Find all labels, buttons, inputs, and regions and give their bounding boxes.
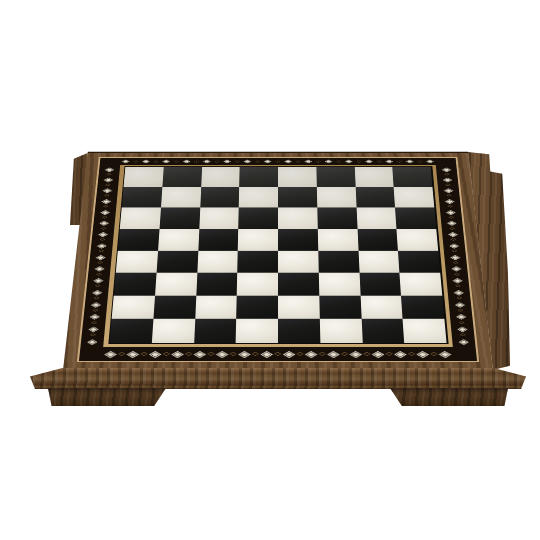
inlay-dot-icon: ◇	[255, 160, 259, 163]
inlay-diamond-icon: ◈	[327, 349, 339, 358]
square-c1	[194, 319, 237, 343]
inlay-dot-icon: ◇	[459, 321, 465, 325]
inlay-dot-icon: ◇	[90, 333, 96, 337]
inlay-dot-icon: ◇	[154, 160, 158, 163]
inlay-dot-icon: ◇	[296, 160, 300, 163]
inlay-dot-icon: ◇	[319, 351, 326, 356]
square-h7	[394, 187, 434, 208]
square-b5	[158, 229, 199, 251]
square-a2	[112, 295, 155, 318]
inlay-diamond-icon: ◈	[394, 349, 407, 358]
inlay-dot-icon: ◇	[207, 351, 214, 356]
inlay-diamond-icon: ◈	[458, 338, 469, 345]
inlay-diamond-icon: ◈	[451, 265, 461, 272]
inlay-dot-icon: ◇	[452, 249, 457, 253]
square-e3	[278, 273, 319, 296]
square-b6	[159, 208, 200, 229]
square-c4	[197, 250, 238, 272]
inlay-diamond-icon: ◈	[122, 159, 129, 164]
square-b2	[153, 295, 196, 318]
inlay-diamond-icon: ◈	[101, 198, 111, 204]
inlay-dot-icon: ◇	[104, 194, 109, 197]
square-c7	[200, 187, 240, 208]
inlay-diamond-icon: ◈	[438, 349, 451, 358]
square-f7	[317, 187, 357, 208]
inlay-dot-icon: ◇	[235, 160, 239, 163]
inlay-dot-icon: ◇	[140, 351, 147, 356]
inlay-diamond-icon: ◈	[91, 301, 101, 308]
square-h6	[395, 208, 436, 229]
inlay-dot-icon: ◇	[451, 238, 456, 241]
inlay-dot-icon: ◇	[446, 194, 451, 197]
square-g4	[358, 250, 400, 272]
inlay-dot-icon: ◇	[103, 205, 108, 208]
inlay-dot-icon: ◇	[377, 160, 381, 163]
square-f3	[319, 273, 361, 296]
board-top-face: ◈◇◈◇◈◇◈◇◈◇◈◇◈◇◈◇◈◇◈◇◈◇◈◇◈◇◈◇◈◇◈ ◈◇◈◇◈◇◈◇…	[63, 152, 493, 370]
square-a5	[118, 229, 160, 251]
inlay-diamond-icon: ◈	[448, 231, 458, 237]
inlay-dot-icon: ◇	[230, 351, 237, 356]
inlay-diamond-icon: ◈	[454, 289, 464, 296]
inlay-dot-icon: ◇	[445, 183, 450, 186]
square-f2	[319, 295, 361, 318]
inlay-diamond-icon: ◈	[386, 159, 393, 164]
inlay-diamond-icon: ◈	[350, 349, 363, 358]
inlay-diamond-icon: ◈	[96, 253, 106, 260]
inlay-dot-icon: ◇	[95, 284, 101, 288]
square-f8	[316, 167, 355, 187]
square-e7	[278, 187, 317, 208]
inlay-diamond-icon: ◈	[452, 277, 462, 284]
square-c5	[198, 229, 239, 251]
inlay-dot-icon: ◇	[337, 160, 341, 163]
inlay-diamond-icon: ◈	[283, 349, 295, 358]
square-d8	[239, 167, 278, 187]
inlay-dot-icon: ◇	[134, 160, 138, 163]
inlay-diamond-icon: ◈	[103, 187, 113, 193]
square-e1	[278, 319, 320, 343]
inlay-dot-icon: ◇	[96, 272, 101, 276]
square-d1	[236, 319, 278, 343]
inlay-dot-icon: ◇	[195, 160, 199, 163]
inlay-diamond-icon: ◈	[444, 187, 454, 193]
inlay-diamond-icon: ◈	[193, 349, 206, 358]
square-a8	[124, 167, 164, 187]
inlay-dot-icon: ◇	[450, 227, 455, 230]
inlay-diamond-icon: ◈	[244, 159, 251, 164]
inlay-diamond-icon: ◈	[450, 253, 460, 260]
square-f4	[318, 250, 359, 272]
inlay-diamond-icon: ◈	[447, 220, 457, 226]
inlay-dot-icon: ◇	[430, 351, 437, 356]
inlay-dot-icon: ◇	[101, 227, 106, 230]
square-h1	[403, 319, 447, 343]
inlay-dot-icon: ◇	[460, 333, 466, 337]
inlay-diamond-icon: ◈	[406, 159, 413, 164]
inlay-diamond-icon: ◈	[305, 159, 312, 164]
inlay-diamond-icon: ◈	[126, 349, 139, 358]
inlay-diamond-icon: ◈	[95, 265, 105, 272]
square-g8	[354, 167, 394, 187]
inlay-dot-icon: ◇	[418, 160, 422, 163]
square-a6	[120, 208, 161, 229]
square-g7	[355, 187, 395, 208]
inlay-diamond-icon: ◈	[183, 159, 190, 164]
square-b7	[161, 187, 201, 208]
square-e6	[278, 208, 318, 229]
square-f5	[318, 229, 359, 251]
square-a7	[122, 187, 162, 208]
square-h2	[401, 295, 444, 318]
inlay-dot-icon: ◇	[274, 351, 281, 356]
inlay-dot-icon: ◇	[102, 216, 107, 219]
inlay-diamond-icon: ◈	[142, 159, 149, 164]
square-b1	[152, 319, 195, 343]
inlay-dot-icon: ◇	[297, 351, 304, 356]
inlay-diamond-icon: ◈	[87, 338, 98, 345]
square-d5	[238, 229, 278, 251]
inlay-dot-icon: ◇	[453, 261, 458, 265]
inlay-diamond-icon: ◈	[285, 159, 292, 164]
square-d6	[238, 208, 278, 229]
inlay-diamond-icon: ◈	[224, 159, 231, 164]
inlay-diamond-icon: ◈	[442, 166, 452, 172]
inlay-dot-icon: ◇	[448, 205, 453, 208]
square-g5	[357, 229, 398, 251]
inlay-diamond-icon: ◈	[203, 159, 210, 164]
inlay-dot-icon: ◇	[100, 238, 105, 241]
inlay-diamond-icon: ◈	[100, 209, 110, 215]
square-e5	[278, 229, 318, 251]
inlay-diamond-icon: ◈	[345, 159, 352, 164]
square-a1	[109, 319, 153, 343]
inlay-diamond-icon: ◈	[88, 325, 98, 332]
inlay-diamond-icon: ◈	[163, 159, 170, 164]
inlay-dot-icon: ◇	[363, 351, 370, 356]
inlay-dot-icon: ◇	[174, 160, 178, 163]
inlay-dot-icon: ◇	[215, 160, 219, 163]
inlay-dot-icon: ◇	[94, 296, 100, 300]
inlay-dot-icon: ◇	[408, 351, 415, 356]
inlay-diamond-icon: ◈	[238, 349, 250, 358]
inlay-diamond-icon: ◈	[456, 313, 466, 320]
square-b4	[156, 250, 198, 272]
inlay-dot-icon: ◇	[252, 351, 259, 356]
chessboard-photo: ◈◇◈◇◈◇◈◇◈◇◈◇◈◇◈◇◈◇◈◇◈◇◈◇◈◇◈◇◈◇◈ ◈◇◈◇◈◇◈◇…	[0, 0, 540, 540]
inlay-diamond-icon: ◈	[366, 159, 373, 164]
inlay-diamond-icon: ◈	[426, 159, 433, 164]
inlay-dot-icon: ◇	[449, 216, 454, 219]
right-foot	[390, 388, 508, 406]
square-e8	[278, 167, 317, 187]
inlay-diamond-icon: ◈	[455, 301, 465, 308]
inlay-dot-icon: ◇	[357, 160, 361, 163]
inlay-dot-icon: ◇	[93, 308, 99, 312]
square-d7	[239, 187, 278, 208]
inlay-diamond-icon: ◈	[216, 349, 228, 358]
inlay-dot-icon: ◇	[457, 296, 463, 300]
inlay-diamond-icon: ◈	[443, 177, 453, 183]
square-c8	[201, 167, 240, 187]
inlay-dot-icon: ◇	[386, 351, 393, 356]
inlay-diamond-icon: ◈	[93, 277, 103, 284]
inlay-diamond-icon: ◈	[149, 349, 162, 358]
square-e4	[278, 250, 319, 272]
front-molding	[30, 368, 526, 389]
inlay-dot-icon: ◇	[454, 272, 459, 276]
square-c2	[195, 295, 237, 318]
inlay-diamond-icon: ◈	[98, 231, 108, 237]
inlay-diamond-icon: ◈	[92, 289, 102, 296]
inlay-ornament-bottom: ◈◇◈◇◈◇◈◇◈◇◈◇◈◇◈◇◈◇◈◇◈◇◈◇◈◇◈◇◈◇◈	[104, 347, 452, 361]
inlay-dot-icon: ◇	[105, 183, 110, 186]
square-a4	[116, 250, 158, 272]
square-d4	[237, 250, 278, 272]
inlay-dot-icon: ◇	[91, 321, 97, 325]
inlay-dot-icon: ◇	[397, 160, 401, 163]
inlay-dot-icon: ◇	[163, 351, 170, 356]
inlay-diamond-icon: ◈	[171, 349, 184, 358]
inlay-dot-icon: ◇	[97, 261, 102, 265]
inlay-dot-icon: ◇	[341, 351, 348, 356]
inlay-diamond-icon: ◈	[457, 325, 467, 332]
square-h4	[398, 250, 440, 272]
square-g1	[361, 319, 404, 343]
inlay-diamond-icon: ◈	[372, 349, 385, 358]
inlay-dot-icon: ◇	[99, 249, 104, 253]
inlay-diamond-icon: ◈	[325, 159, 332, 164]
square-b8	[162, 167, 202, 187]
inlay-dot-icon: ◇	[458, 308, 464, 312]
inlay-diamond-icon: ◈	[260, 349, 272, 358]
inlay-diamond-icon: ◈	[90, 313, 100, 320]
inlay-diamond-icon: ◈	[264, 159, 271, 164]
square-h5	[397, 229, 439, 251]
inlay-ornament-top: ◈◇◈◇◈◇◈◇◈◇◈◇◈◇◈◇◈◇◈◇◈◇◈◇◈◇◈◇◈◇◈	[122, 158, 434, 165]
inlay-dot-icon: ◇	[106, 173, 111, 176]
inlay-dot-icon: ◇	[276, 160, 280, 163]
checkerboard-field	[109, 167, 446, 343]
inlay-dot-icon: ◇	[118, 351, 125, 356]
square-c3	[196, 273, 238, 296]
square-g3	[359, 273, 401, 296]
inlay-diamond-icon: ◈	[445, 198, 455, 204]
square-e2	[278, 295, 320, 318]
square-f1	[320, 319, 363, 343]
inlay-dot-icon: ◇	[316, 160, 320, 163]
square-c6	[199, 208, 239, 229]
inlay-diamond-icon: ◈	[104, 349, 117, 358]
square-h8	[392, 167, 432, 187]
inlay-diamond-icon: ◈	[105, 166, 115, 172]
square-f6	[317, 208, 357, 229]
square-b3	[155, 273, 197, 296]
left-foot	[48, 388, 166, 406]
square-a3	[114, 273, 157, 296]
inlay-diamond-icon: ◈	[416, 349, 429, 358]
square-d3	[237, 273, 278, 296]
inlay-dot-icon: ◇	[185, 351, 192, 356]
inlay-diamond-icon: ◈	[305, 349, 317, 358]
square-h3	[400, 273, 443, 296]
inlay-diamond-icon: ◈	[99, 220, 109, 226]
inlay-diamond-icon: ◈	[446, 209, 456, 215]
inlay-dot-icon: ◇	[455, 284, 461, 288]
inlay-dot-icon: ◇	[444, 173, 449, 176]
square-g6	[356, 208, 397, 229]
inlay-diamond-icon: ◈	[449, 242, 459, 249]
inlay-diamond-icon: ◈	[97, 242, 107, 249]
square-g2	[360, 295, 403, 318]
square-d2	[236, 295, 278, 318]
inlay-diamond-icon: ◈	[104, 177, 114, 183]
